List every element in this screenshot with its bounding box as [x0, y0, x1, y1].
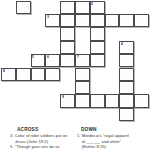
grid-cell-c2r4[interactable]: 5	[31, 54, 46, 67]
grid-cell-c5r5[interactable]	[75, 68, 90, 81]
clue-number: 3.	[8, 133, 15, 144]
grid-cell-c3r1[interactable]: 3	[45, 14, 60, 27]
grid-cell-c9r7[interactable]	[134, 94, 149, 107]
grid-cell-c6r3[interactable]	[90, 41, 105, 54]
clue-number: 1.	[75, 133, 82, 149]
down-clue-list: 1.Mordecai’s “royal apparelof ______ and…	[75, 133, 145, 149]
grid-cell-c0r5[interactable]: 8	[1, 68, 16, 81]
down-clue-1: 1.Mordecai’s “royal apparelof ______ and…	[75, 133, 145, 149]
grid-cell-c4r1[interactable]	[60, 14, 75, 27]
grid-cell-c2r5[interactable]	[31, 68, 46, 81]
cell-number: 5	[32, 55, 34, 59]
grid-cell-c6r0[interactable]: 2	[90, 1, 105, 14]
grid-cell-c6r2[interactable]	[90, 27, 105, 40]
grid-cell-c6r1[interactable]	[90, 14, 105, 27]
cell-number: 6	[47, 55, 49, 59]
grid-cell-c8r8[interactable]	[119, 108, 134, 121]
grid-cell-c6r7[interactable]	[90, 94, 105, 107]
grid-cell-c7r7[interactable]	[105, 94, 120, 107]
grid-cell-c8r3[interactable]: 4	[119, 41, 134, 54]
grid-cell-c4r7[interactable]: 9	[60, 94, 75, 107]
grid-cell-c4r0[interactable]	[60, 1, 75, 14]
across-clue-list: 3.Color of robe soldiers put onJesus (Jo…	[8, 133, 74, 150]
grid-cell-c8r7[interactable]	[119, 94, 134, 107]
grid-cell-c8r4[interactable]	[119, 54, 134, 67]
grid-cell-c4r2[interactable]	[60, 27, 75, 40]
grid-cell-c1r5[interactable]	[16, 68, 31, 81]
grid-cell-c1r0[interactable]	[16, 1, 31, 14]
grid-cell-c9r1[interactable]	[134, 14, 149, 27]
crossword-sheet: { "game": "crossword", "theme": "Colors …	[0, 0, 150, 150]
grid-cell-c5r7[interactable]	[75, 94, 90, 107]
cell-number: 7	[77, 55, 79, 59]
grid-cell-c3r4[interactable]: 6	[45, 54, 60, 67]
grid-cell-c5r6[interactable]	[75, 81, 90, 94]
cell-number: 3	[47, 15, 49, 19]
clue-text: Color of robe soldiers put onJesus (John…	[15, 133, 74, 144]
across-header: ACROSS	[17, 127, 38, 133]
clue-text: “Though your sins be as ______	[15, 144, 74, 150]
grid-cell-c8r5[interactable]	[119, 68, 134, 81]
crossword-grid: 23456789	[0, 0, 150, 126]
grid-cell-c5r1[interactable]	[75, 14, 90, 27]
grid-cell-c4r4[interactable]	[60, 54, 75, 67]
grid-cell-c8r1[interactable]	[119, 14, 134, 27]
grid-cell-c5r4[interactable]: 7	[75, 54, 90, 67]
grid-cell-c5r0[interactable]	[75, 1, 90, 14]
across-clue-5: 5.“Though your sins be as ______	[8, 144, 74, 150]
clue-text: Mordecai’s “royal apparelof ______ and w…	[82, 133, 145, 149]
grid-cell-c7r1[interactable]	[105, 14, 120, 27]
grid-cell-c4r3[interactable]	[60, 41, 75, 54]
cell-number: 8	[3, 69, 5, 73]
grid-cell-c3r5[interactable]	[45, 68, 60, 81]
across-clue-3: 3.Color of robe soldiers put onJesus (Jo…	[8, 133, 74, 144]
clue-number: 5.	[8, 144, 15, 150]
cell-number: 2	[91, 2, 93, 6]
clue-section: ACROSS 3.Color of robe soldiers put onJe…	[0, 126, 150, 150]
grid-cell-c6r4[interactable]	[90, 54, 105, 67]
grid-cell-c8r6[interactable]	[119, 81, 134, 94]
down-header: DOWN	[81, 127, 97, 133]
cell-number: 9	[62, 95, 64, 99]
cell-number: 4	[121, 42, 123, 46]
